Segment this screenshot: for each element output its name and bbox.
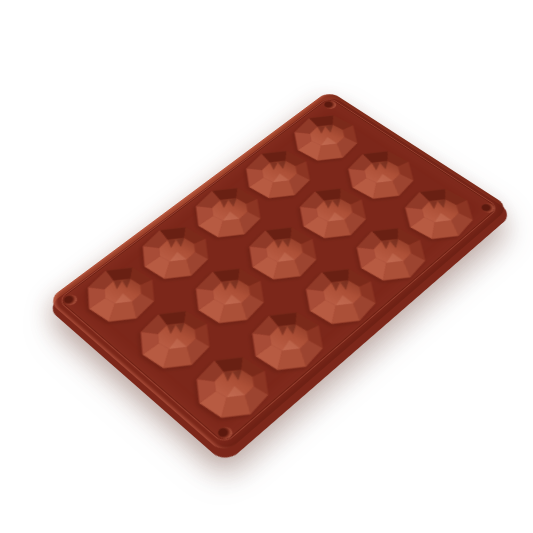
gem-cavity	[397, 184, 480, 244]
cavity-layer	[47, 90, 510, 454]
mold-body	[47, 90, 510, 454]
product-photo	[0, 0, 533, 533]
